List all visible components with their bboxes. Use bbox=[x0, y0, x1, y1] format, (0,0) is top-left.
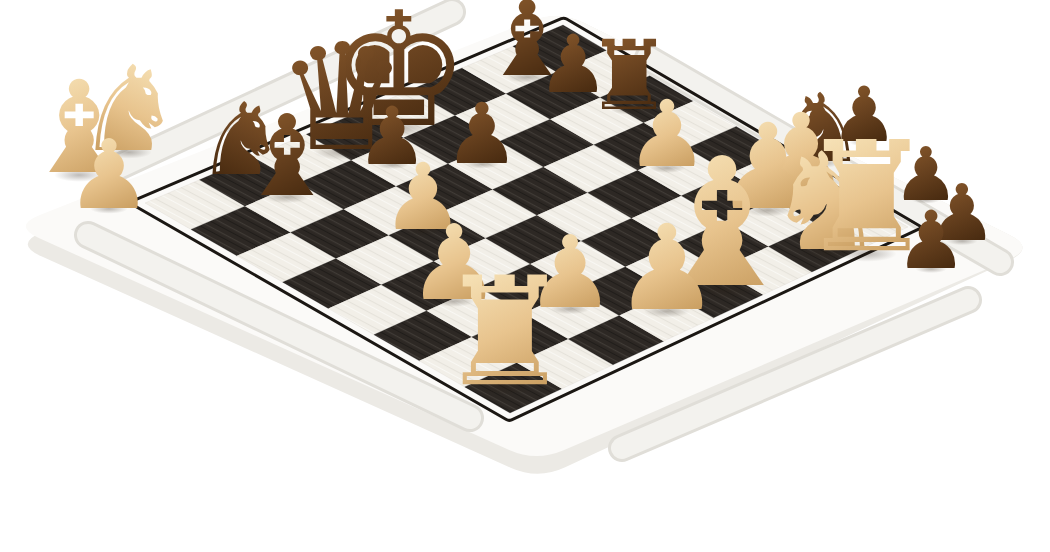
piece-white-pawn-d1[interactable]: ♟ bbox=[614, 209, 720, 327]
piece-white-pawn-offboard[interactable]: ♟ bbox=[66, 127, 152, 223]
piece-black-bishop-b7[interactable]: ♝ bbox=[237, 100, 337, 212]
piece-black-pawn-offboard[interactable]: ♟ bbox=[895, 201, 967, 281]
piece-white-rook-a1[interactable]: ♜ bbox=[438, 257, 572, 407]
chess-set-photo: ♝♟♜♚♟♛♞♞♟♟♟♝♞♟♝♟♟♟♟♟♞♜♟♝♟♟♟♜ bbox=[0, 0, 1050, 552]
